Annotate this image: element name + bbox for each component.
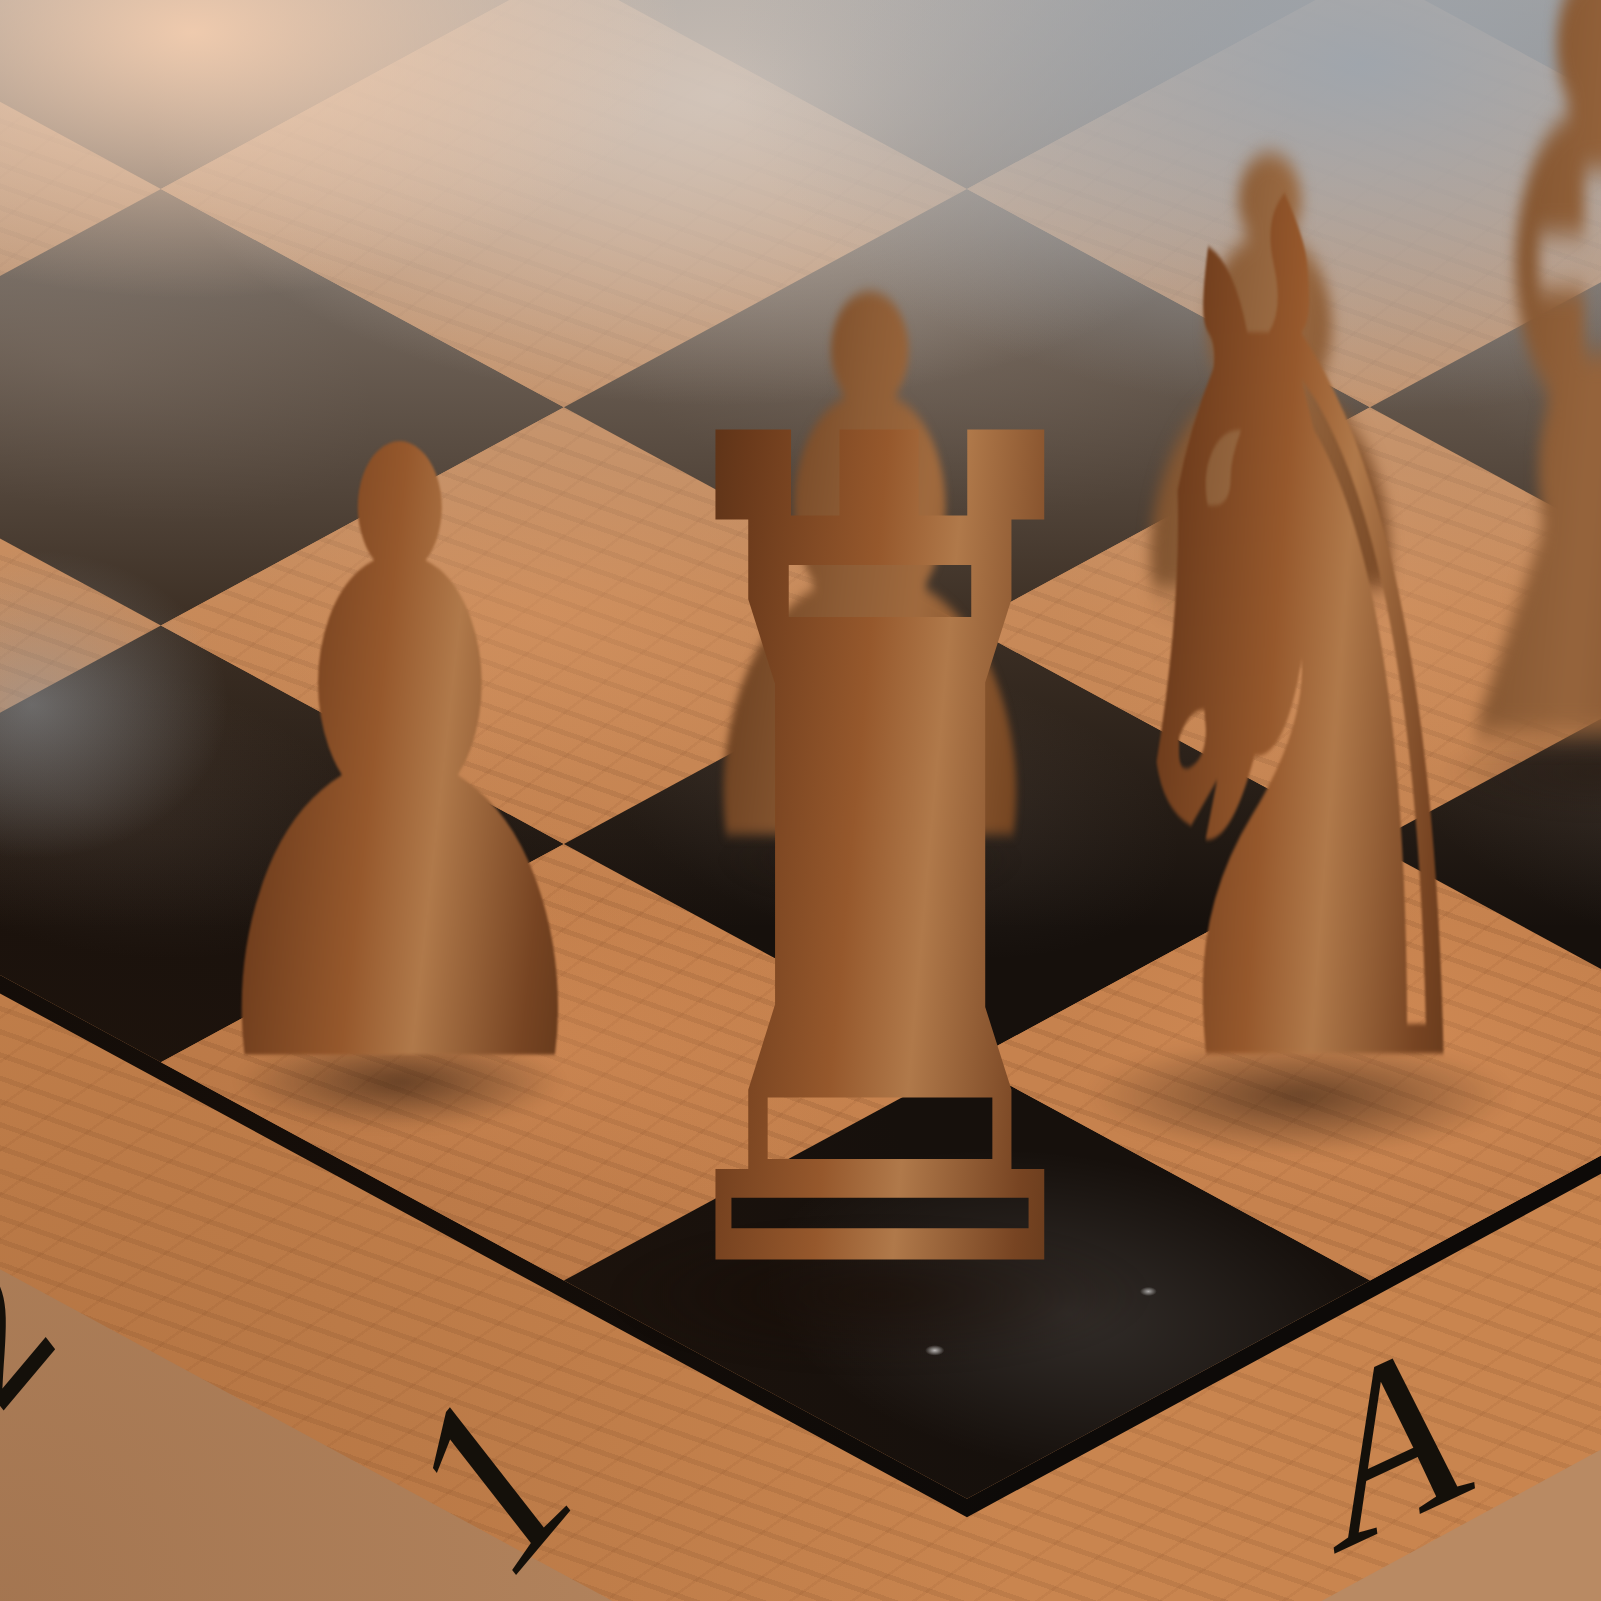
board-grid — [0, 0, 1601, 1517]
chess-board — [0, 0, 1601, 1601]
photo-scene: 2 1 A ♝ ♟ ♟ ♟ ♞ ♜ — [0, 0, 1601, 1601]
